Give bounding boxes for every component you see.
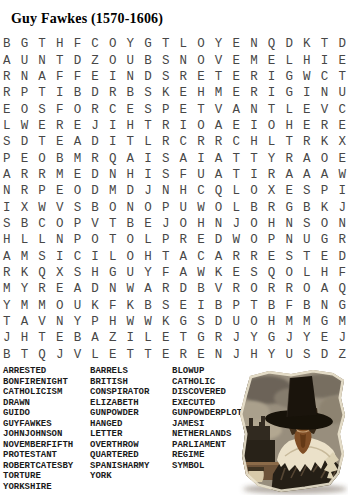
grid-cell[interactable]: A	[316, 281, 334, 297]
grid-cell[interactable]: T	[298, 249, 316, 265]
grid-cell[interactable]: T	[0, 314, 16, 330]
grid-cell[interactable]: B	[122, 85, 140, 101]
grid-cell[interactable]: A	[0, 52, 16, 68]
grid-cell[interactable]: B	[210, 298, 228, 314]
grid-cell[interactable]: J	[333, 200, 351, 216]
grid-cell[interactable]: B	[245, 200, 263, 216]
grid-cell[interactable]: N	[210, 216, 228, 232]
grid-cell[interactable]: K	[122, 298, 140, 314]
grid-cell[interactable]: O	[104, 36, 122, 52]
grid-cell[interactable]: M	[33, 298, 51, 314]
grid-cell[interactable]: L	[0, 118, 16, 134]
grid-cell[interactable]: A	[280, 167, 298, 183]
grid-cell[interactable]: Y	[69, 314, 87, 330]
grid-cell[interactable]: I	[263, 85, 281, 101]
grid-cell[interactable]: T	[104, 216, 122, 232]
grid-cell[interactable]: H	[122, 167, 140, 183]
grid-cell[interactable]: A	[33, 69, 51, 85]
grid-cell[interactable]: E	[263, 52, 281, 68]
grid-cell[interactable]: Q	[104, 150, 122, 166]
grid-cell[interactable]: D	[333, 36, 351, 52]
grid-cell[interactable]: U	[16, 52, 34, 68]
grid-cell[interactable]: O	[122, 232, 140, 248]
grid-cell[interactable]: O	[51, 216, 69, 232]
grid-cell[interactable]: I	[263, 69, 281, 85]
grid-cell[interactable]: D	[86, 167, 104, 183]
grid-cell[interactable]: T	[245, 298, 263, 314]
grid-cell[interactable]: O	[210, 200, 228, 216]
grid-cell[interactable]: N	[33, 52, 51, 68]
grid-cell[interactable]: E	[316, 330, 334, 346]
grid-cell[interactable]: R	[298, 134, 316, 150]
grid-cell[interactable]: B	[69, 330, 87, 346]
grid-cell[interactable]: N	[316, 85, 334, 101]
grid-cell[interactable]: V	[316, 101, 334, 117]
grid-cell[interactable]: B	[0, 347, 16, 363]
grid-cell[interactable]: P	[263, 232, 281, 248]
grid-cell[interactable]: H	[51, 36, 69, 52]
grid-cell[interactable]: D	[210, 232, 228, 248]
grid-cell[interactable]: P	[33, 183, 51, 199]
grid-cell[interactable]: A	[210, 150, 228, 166]
grid-cell[interactable]: M	[245, 52, 263, 68]
grid-cell[interactable]: R	[263, 281, 281, 297]
grid-cell[interactable]: F	[51, 101, 69, 117]
grid-cell[interactable]: H	[316, 265, 334, 281]
grid-cell[interactable]: X	[51, 265, 69, 281]
grid-cell[interactable]: G	[316, 314, 334, 330]
grid-cell[interactable]: M	[280, 314, 298, 330]
grid-cell[interactable]: M	[16, 249, 34, 265]
grid-cell[interactable]: G	[333, 298, 351, 314]
grid-cell[interactable]: U	[122, 52, 140, 68]
grid-cell[interactable]: I	[104, 134, 122, 150]
grid-cell[interactable]: I	[86, 249, 104, 265]
grid-cell[interactable]: S	[69, 265, 87, 281]
grid-cell[interactable]: S	[157, 52, 175, 68]
grid-cell[interactable]: J	[280, 330, 298, 346]
grid-cell[interactable]: R	[33, 281, 51, 297]
grid-cell[interactable]: I	[104, 69, 122, 85]
grid-cell[interactable]: G	[316, 232, 334, 248]
grid-cell[interactable]: E	[227, 265, 245, 281]
grid-cell[interactable]: K	[316, 200, 334, 216]
grid-cell[interactable]: A	[122, 150, 140, 166]
grid-cell[interactable]: T	[33, 330, 51, 346]
grid-cell[interactable]: O	[316, 150, 334, 166]
grid-cell[interactable]: L	[104, 249, 122, 265]
grid-cell[interactable]: I	[192, 150, 210, 166]
grid-cell[interactable]: Y	[139, 265, 157, 281]
grid-cell[interactable]: S	[157, 69, 175, 85]
grid-cell[interactable]: G	[16, 36, 34, 52]
grid-cell[interactable]: I	[139, 167, 157, 183]
grid-cell[interactable]: E	[157, 330, 175, 346]
grid-cell[interactable]: R	[227, 281, 245, 297]
grid-cell[interactable]: J	[51, 347, 69, 363]
grid-cell[interactable]: A	[298, 150, 316, 166]
grid-cell[interactable]: L	[227, 183, 245, 199]
grid-cell[interactable]: Q	[263, 36, 281, 52]
grid-cell[interactable]: Z	[104, 330, 122, 346]
grid-cell[interactable]: E	[51, 183, 69, 199]
grid-cell[interactable]: R	[86, 150, 104, 166]
grid-cell[interactable]: V	[210, 101, 228, 117]
grid-cell[interactable]: M	[69, 150, 87, 166]
grid-cell[interactable]: E	[69, 167, 87, 183]
grid-cell[interactable]: E	[298, 118, 316, 134]
grid-cell[interactable]: C	[192, 249, 210, 265]
grid-cell[interactable]: C	[174, 134, 192, 150]
grid-cell[interactable]: B	[86, 200, 104, 216]
grid-cell[interactable]: N	[174, 52, 192, 68]
grid-cell[interactable]: R	[210, 330, 228, 346]
grid-cell[interactable]: M	[298, 314, 316, 330]
grid-cell[interactable]: O	[245, 183, 263, 199]
grid-cell[interactable]: E	[174, 298, 192, 314]
grid-cell[interactable]: N	[245, 101, 263, 117]
grid-cell[interactable]: S	[157, 298, 175, 314]
grid-cell[interactable]: F	[333, 265, 351, 281]
grid-cell[interactable]: D	[86, 134, 104, 150]
grid-cell[interactable]: A	[16, 314, 34, 330]
grid-cell[interactable]: I	[122, 330, 140, 346]
grid-cell[interactable]: J	[227, 330, 245, 346]
grid-cell[interactable]: S	[245, 265, 263, 281]
grid-cell[interactable]: K	[316, 134, 334, 150]
grid-cell[interactable]: B	[69, 85, 87, 101]
grid-cell[interactable]: T	[139, 347, 157, 363]
grid-cell[interactable]: G	[280, 85, 298, 101]
grid-cell[interactable]: R	[263, 167, 281, 183]
grid-cell[interactable]: M	[0, 281, 16, 297]
grid-cell[interactable]: E	[122, 101, 140, 117]
grid-cell[interactable]: R	[227, 249, 245, 265]
grid-cell[interactable]: V	[210, 52, 228, 68]
grid-cell[interactable]: E	[16, 150, 34, 166]
grid-cell[interactable]: E	[316, 249, 334, 265]
grid-cell[interactable]: S	[139, 101, 157, 117]
grid-cell[interactable]: O	[104, 200, 122, 216]
grid-cell[interactable]: H	[86, 265, 104, 281]
grid-cell[interactable]: I	[192, 298, 210, 314]
grid-cell[interactable]: R	[16, 183, 34, 199]
grid-cell[interactable]: O	[33, 150, 51, 166]
grid-cell[interactable]: F	[104, 298, 122, 314]
grid-cell[interactable]: O	[298, 281, 316, 297]
grid-cell[interactable]: I	[174, 118, 192, 134]
grid-cell[interactable]: E	[86, 69, 104, 85]
grid-cell[interactable]: E	[227, 85, 245, 101]
grid-cell[interactable]: A	[227, 101, 245, 117]
grid-cell[interactable]: R	[280, 281, 298, 297]
grid-cell[interactable]: C	[192, 183, 210, 199]
grid-cell[interactable]: E	[333, 52, 351, 68]
grid-cell[interactable]: H	[174, 183, 192, 199]
grid-cell[interactable]: O	[316, 216, 334, 232]
grid-cell[interactable]: E	[192, 232, 210, 248]
grid-cell[interactable]: I	[245, 167, 263, 183]
grid-cell[interactable]: L	[16, 232, 34, 248]
grid-cell[interactable]: O	[245, 314, 263, 330]
grid-cell[interactable]: R	[245, 249, 263, 265]
grid-cell[interactable]: A	[174, 150, 192, 166]
grid-cell[interactable]: V	[51, 200, 69, 216]
grid-cell[interactable]: R	[16, 167, 34, 183]
grid-cell[interactable]: S	[157, 150, 175, 166]
grid-cell[interactable]: K	[210, 265, 228, 281]
grid-cell[interactable]: C	[33, 216, 51, 232]
grid-cell[interactable]: Q	[333, 281, 351, 297]
grid-cell[interactable]: Y	[245, 330, 263, 346]
grid-cell[interactable]: E	[227, 118, 245, 134]
grid-cell[interactable]: L	[139, 330, 157, 346]
grid-cell[interactable]: K	[16, 265, 34, 281]
grid-cell[interactable]: P	[157, 232, 175, 248]
grid-cell[interactable]: A	[210, 249, 228, 265]
grid-cell[interactable]: R	[174, 232, 192, 248]
grid-cell[interactable]: C	[227, 134, 245, 150]
grid-cell[interactable]: E	[333, 118, 351, 134]
grid-cell[interactable]: D	[16, 134, 34, 150]
grid-cell[interactable]: M	[51, 167, 69, 183]
grid-cell[interactable]: D	[210, 314, 228, 330]
grid-cell[interactable]: T	[33, 36, 51, 52]
grid-cell[interactable]: D	[86, 183, 104, 199]
grid-cell[interactable]: T	[16, 347, 34, 363]
grid-cell[interactable]: S	[0, 216, 16, 232]
grid-cell[interactable]: E	[192, 69, 210, 85]
grid-cell[interactable]: N	[157, 183, 175, 199]
grid-cell[interactable]: U	[192, 167, 210, 183]
grid-cell[interactable]: T	[104, 232, 122, 248]
grid-cell[interactable]: Q	[33, 347, 51, 363]
grid-cell[interactable]: C	[86, 36, 104, 52]
grid-cell[interactable]: L	[33, 232, 51, 248]
grid-cell[interactable]: L	[174, 36, 192, 52]
grid-cell[interactable]: S	[280, 249, 298, 265]
grid-cell[interactable]: Y	[0, 298, 16, 314]
grid-cell[interactable]: L	[298, 265, 316, 281]
grid-cell[interactable]: U	[298, 232, 316, 248]
grid-cell[interactable]: B	[16, 216, 34, 232]
grid-cell[interactable]: M	[104, 183, 122, 199]
grid-cell[interactable]: T	[51, 52, 69, 68]
grid-cell[interactable]: U	[174, 200, 192, 216]
grid-cell[interactable]: A	[69, 281, 87, 297]
grid-cell[interactable]: D	[316, 347, 334, 363]
grid-cell[interactable]: G	[139, 36, 157, 52]
grid-cell[interactable]: V	[86, 216, 104, 232]
grid-cell[interactable]: S	[157, 167, 175, 183]
grid-cell[interactable]: T	[192, 101, 210, 117]
grid-cell[interactable]: E	[227, 52, 245, 68]
grid-cell[interactable]: O	[192, 36, 210, 52]
grid-cell[interactable]: O	[245, 232, 263, 248]
grid-cell[interactable]: A	[0, 249, 16, 265]
grid-cell[interactable]: N	[0, 183, 16, 199]
grid-cell[interactable]: W	[333, 167, 351, 183]
grid-cell[interactable]: E	[69, 118, 87, 134]
grid-cell[interactable]: O	[86, 232, 104, 248]
grid-cell[interactable]: R	[333, 232, 351, 248]
grid-cell[interactable]: I	[139, 150, 157, 166]
grid-cell[interactable]: T	[122, 134, 140, 150]
grid-cell[interactable]: E	[174, 85, 192, 101]
grid-cell[interactable]: J	[139, 183, 157, 199]
grid-cell[interactable]: T	[33, 85, 51, 101]
grid-cell[interactable]: E	[104, 347, 122, 363]
grid-cell[interactable]: I	[51, 85, 69, 101]
grid-cell[interactable]: U	[69, 298, 87, 314]
grid-cell[interactable]: T	[157, 36, 175, 52]
grid-cell[interactable]: O	[122, 249, 140, 265]
grid-cell[interactable]: F	[69, 69, 87, 85]
grid-cell[interactable]: R	[245, 69, 263, 85]
grid-cell[interactable]: O	[16, 101, 34, 117]
grid-cell[interactable]: B	[122, 216, 140, 232]
grid-cell[interactable]: O	[69, 101, 87, 117]
grid-cell[interactable]: P	[316, 183, 334, 199]
grid-cell[interactable]: J	[227, 347, 245, 363]
grid-cell[interactable]: S	[139, 85, 157, 101]
grid-cell[interactable]: I	[104, 118, 122, 134]
grid-cell[interactable]: L	[139, 232, 157, 248]
grid-cell[interactable]: Y	[210, 36, 228, 52]
grid-cell[interactable]: T	[263, 101, 281, 117]
grid-cell[interactable]: N	[16, 69, 34, 85]
grid-cell[interactable]: F	[174, 167, 192, 183]
grid-cell[interactable]: E	[227, 69, 245, 85]
grid-cell[interactable]: B	[0, 36, 16, 52]
grid-cell[interactable]: H	[192, 85, 210, 101]
grid-cell[interactable]: U	[280, 347, 298, 363]
grid-cell[interactable]: B	[298, 200, 316, 216]
grid-cell[interactable]: L	[280, 101, 298, 117]
grid-cell[interactable]: K	[298, 36, 316, 52]
grid-cell[interactable]: P	[157, 200, 175, 216]
grid-cell[interactable]: R	[51, 118, 69, 134]
grid-cell[interactable]: E	[263, 249, 281, 265]
grid-cell[interactable]: T	[33, 134, 51, 150]
grid-cell[interactable]: V	[69, 347, 87, 363]
grid-cell[interactable]: C	[316, 69, 334, 85]
grid-cell[interactable]: D	[86, 85, 104, 101]
grid-cell[interactable]: H	[139, 249, 157, 265]
grid-cell[interactable]: H	[192, 216, 210, 232]
grid-cell[interactable]: H	[0, 232, 16, 248]
grid-cell[interactable]: I	[333, 183, 351, 199]
grid-cell[interactable]: H	[263, 314, 281, 330]
grid-cell[interactable]: A	[316, 167, 334, 183]
grid-cell[interactable]: G	[192, 330, 210, 346]
grid-cell[interactable]: Z	[333, 347, 351, 363]
grid-cell[interactable]: Q	[33, 265, 51, 281]
grid-cell[interactable]: E	[0, 101, 16, 117]
grid-cell[interactable]: L	[139, 134, 157, 150]
grid-cell[interactable]: T	[245, 150, 263, 166]
grid-cell[interactable]: N	[245, 36, 263, 52]
grid-cell[interactable]: A	[210, 167, 228, 183]
grid-cell[interactable]: T	[122, 347, 140, 363]
grid-cell[interactable]: W	[33, 200, 51, 216]
grid-cell[interactable]: O	[245, 216, 263, 232]
grid-cell[interactable]: E	[51, 330, 69, 346]
grid-cell[interactable]: A	[298, 167, 316, 183]
grid-cell[interactable]: R	[192, 134, 210, 150]
grid-cell[interactable]: H	[298, 52, 316, 68]
grid-cell[interactable]: J	[86, 118, 104, 134]
grid-cell[interactable]: W	[122, 314, 140, 330]
grid-cell[interactable]: B	[51, 150, 69, 166]
grid-cell[interactable]: T	[333, 69, 351, 85]
grid-cell[interactable]: B	[139, 298, 157, 314]
grid-cell[interactable]: H	[280, 118, 298, 134]
grid-cell[interactable]: D	[86, 281, 104, 297]
grid-cell[interactable]: D	[333, 249, 351, 265]
grid-cell[interactable]: J	[333, 330, 351, 346]
grid-cell[interactable]: O	[104, 52, 122, 68]
grid-cell[interactable]: N	[280, 216, 298, 232]
grid-cell[interactable]: N	[316, 298, 334, 314]
grid-cell[interactable]: T	[227, 167, 245, 183]
grid-cell[interactable]: S	[192, 314, 210, 330]
grid-cell[interactable]: E	[227, 36, 245, 52]
grid-cell[interactable]: W	[192, 265, 210, 281]
grid-cell[interactable]: S	[298, 183, 316, 199]
grid-cell[interactable]: X	[263, 183, 281, 199]
grid-cell[interactable]: N	[210, 347, 228, 363]
grid-cell[interactable]: M	[333, 314, 351, 330]
grid-cell[interactable]: A	[86, 330, 104, 346]
grid-cell[interactable]: A	[210, 118, 228, 134]
grid-cell[interactable]: N	[51, 314, 69, 330]
grid-cell[interactable]: G	[280, 200, 298, 216]
grid-cell[interactable]: E	[333, 150, 351, 166]
grid-cell[interactable]: T	[316, 36, 334, 52]
grid-cell[interactable]: M	[210, 85, 228, 101]
grid-cell[interactable]: N	[280, 232, 298, 248]
grid-cell[interactable]: B	[298, 298, 316, 314]
grid-cell[interactable]: O	[245, 281, 263, 297]
grid-cell[interactable]: H	[122, 118, 140, 134]
grid-cell[interactable]: Q	[210, 183, 228, 199]
grid-cell[interactable]: B	[263, 298, 281, 314]
grid-cell[interactable]: I	[316, 52, 334, 68]
grid-cell[interactable]: L	[227, 200, 245, 216]
grid-cell[interactable]: D	[122, 183, 140, 199]
grid-cell[interactable]: F	[280, 298, 298, 314]
grid-cell[interactable]: E	[280, 183, 298, 199]
grid-cell[interactable]: O	[192, 118, 210, 134]
grid-cell[interactable]: R	[245, 85, 263, 101]
grid-cell[interactable]: C	[69, 249, 87, 265]
grid-cell[interactable]: H	[263, 216, 281, 232]
grid-cell[interactable]: R	[280, 150, 298, 166]
grid-cell[interactable]: R	[174, 69, 192, 85]
grid-cell[interactable]: R	[157, 134, 175, 150]
grid-cell[interactable]: Q	[263, 265, 281, 281]
grid-cell[interactable]: E	[298, 101, 316, 117]
grid-cell[interactable]: P	[0, 150, 16, 166]
grid-cell[interactable]: I	[245, 118, 263, 134]
grid-cell[interactable]: W	[298, 69, 316, 85]
grid-cell[interactable]: T	[139, 118, 157, 134]
grid-cell[interactable]: N	[333, 216, 351, 232]
grid-cell[interactable]: N	[122, 69, 140, 85]
grid-cell[interactable]: A	[174, 265, 192, 281]
grid-cell[interactable]: Y	[16, 281, 34, 297]
